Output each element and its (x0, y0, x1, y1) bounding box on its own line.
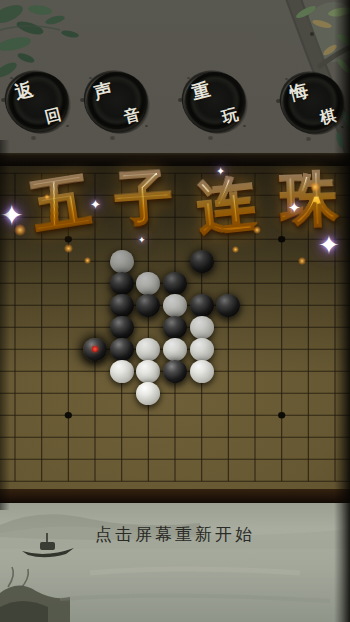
ink-button-back[interactable]: 返回 (7, 72, 69, 132)
star-point (278, 236, 285, 242)
star-point (65, 236, 72, 242)
ink-button-sound[interactable]: 声音 (86, 72, 148, 132)
bottom-panel: 点击屏幕重新开始 (0, 503, 350, 622)
game-screen[interactable]: 返回声音重玩悔棋 五子连珠 点击屏幕重新开始 (0, 0, 350, 622)
ink-circle (86, 72, 148, 132)
grid-lines (0, 166, 350, 489)
board-top-edge (0, 153, 350, 166)
star-point (278, 412, 285, 418)
board[interactable] (0, 166, 350, 489)
ink-circle (184, 72, 246, 132)
ink-landscape (0, 503, 350, 622)
restart-message: 点击屏幕重新开始 (0, 523, 350, 546)
ink-button-undo[interactable]: 悔棋 (282, 73, 344, 133)
star-point (65, 412, 72, 418)
rocks-illustration (0, 567, 70, 622)
ink-button-replay[interactable]: 重玩 (184, 72, 246, 132)
board-bottom-edge (0, 489, 350, 503)
ink-circle (7, 72, 69, 132)
toolbar: 返回声音重玩悔棋 (0, 0, 350, 150)
ink-circle (282, 73, 344, 133)
star-point (171, 324, 178, 330)
